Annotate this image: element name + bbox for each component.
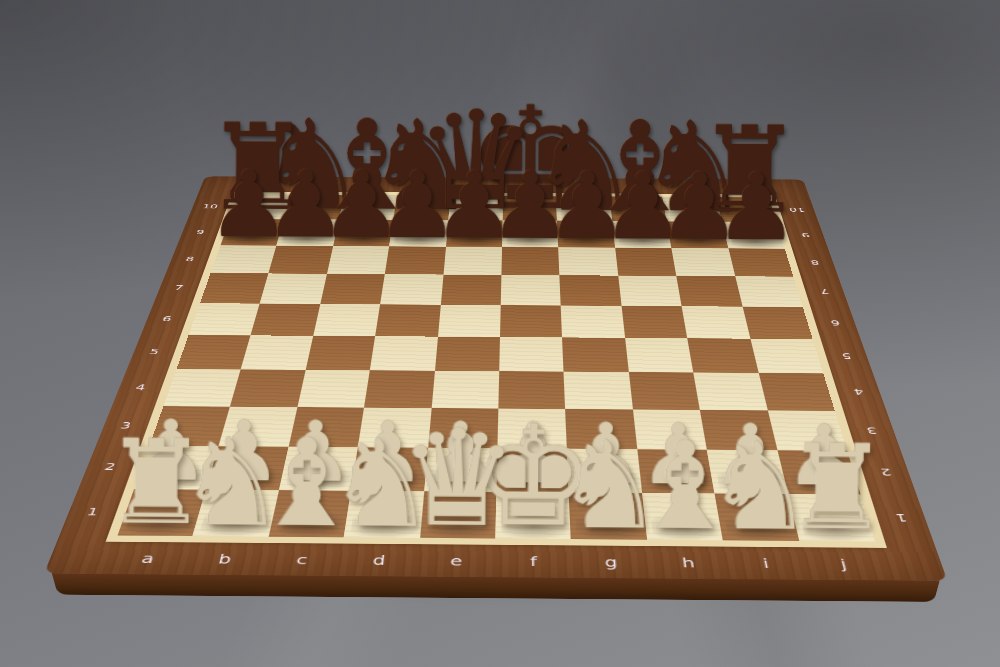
square-e7[interactable] <box>440 275 501 305</box>
square-h9[interactable]: ♟ <box>612 221 671 248</box>
square-j10[interactable]: ♜ <box>716 197 777 222</box>
square-c6[interactable] <box>313 304 380 336</box>
square-j5[interactable] <box>750 339 823 374</box>
square-d10[interactable]: ♞ <box>393 195 450 220</box>
square-f8[interactable] <box>501 247 559 275</box>
square-i4[interactable] <box>693 373 767 411</box>
square-b9[interactable]: ♟ <box>277 219 339 246</box>
square-e10[interactable]: ♛ <box>448 196 503 221</box>
square-h10[interactable]: ♝ <box>609 197 666 222</box>
square-f9[interactable]: ♟ <box>502 221 558 248</box>
square-e2[interactable]: ♟ <box>424 448 498 492</box>
square-b6[interactable] <box>251 303 320 335</box>
square-d8[interactable] <box>385 246 446 274</box>
square-d9[interactable]: ♟ <box>389 220 448 247</box>
square-a9[interactable]: ♟ <box>220 219 284 246</box>
square-c10[interactable]: ♝ <box>339 195 397 220</box>
square-f6[interactable] <box>500 305 562 337</box>
square-i1[interactable]: ♞ <box>715 493 799 541</box>
square-i10[interactable]: ♞ <box>663 197 722 222</box>
square-c5[interactable] <box>305 336 375 371</box>
square-a1[interactable]: ♜ <box>118 489 207 536</box>
square-d6[interactable] <box>375 304 440 336</box>
square-f1[interactable]: ♚ <box>495 492 571 540</box>
square-j4[interactable] <box>758 373 834 411</box>
square-i6[interactable] <box>682 306 750 339</box>
square-e1[interactable]: ♛ <box>420 491 497 538</box>
square-a4[interactable] <box>163 369 240 406</box>
square-h8[interactable] <box>615 248 676 276</box>
square-j9[interactable]: ♟ <box>722 222 785 249</box>
square-g1[interactable]: ♞ <box>569 492 647 540</box>
square-c8[interactable] <box>327 246 390 274</box>
square-h4[interactable] <box>629 372 700 410</box>
square-d1[interactable]: ♞ <box>344 490 424 537</box>
square-b8[interactable] <box>269 246 333 274</box>
square-a6[interactable] <box>189 303 260 335</box>
square-c9[interactable]: ♟ <box>333 220 393 247</box>
square-j6[interactable] <box>742 306 812 339</box>
square-j1[interactable]: ♜ <box>788 494 876 542</box>
square-f4[interactable] <box>498 371 565 408</box>
square-e8[interactable] <box>443 247 502 275</box>
square-b4[interactable] <box>230 370 305 407</box>
square-d7[interactable] <box>380 274 443 304</box>
square-h1[interactable]: ♝ <box>642 493 723 541</box>
square-j8[interactable] <box>728 248 793 276</box>
square-g8[interactable] <box>559 247 619 275</box>
square-e4[interactable] <box>431 371 499 408</box>
photo-stage: ♜♞♝♞♛♚♞♝♞♜♟♟♟♟♟♟♟♟♟♟♟♟♟♟♟♟♟♟♟♟♜♞♝♞♛♚♞♝♞♜… <box>0 0 1000 667</box>
square-g9[interactable]: ♟ <box>557 221 615 248</box>
square-g4[interactable] <box>564 372 633 410</box>
square-e5[interactable] <box>435 337 500 372</box>
square-e6[interactable] <box>438 305 501 337</box>
square-a5[interactable] <box>177 335 251 370</box>
square-d4[interactable] <box>364 371 434 408</box>
chessboard: ♜♞♝♞♛♚♞♝♞♜♟♟♟♟♟♟♟♟♟♟♟♟♟♟♟♟♟♟♟♟♜♞♝♞♛♚♞♝♞♜… <box>44 176 948 581</box>
square-c1[interactable]: ♝ <box>268 490 351 537</box>
square-i8[interactable] <box>672 248 735 276</box>
square-g2[interactable]: ♟ <box>567 449 642 493</box>
square-g6[interactable] <box>561 305 625 337</box>
square-f10[interactable]: ♚ <box>503 196 558 221</box>
square-h5[interactable] <box>625 338 694 373</box>
square-c4[interactable] <box>297 370 370 407</box>
square-f5[interactable] <box>499 337 564 372</box>
square-h6[interactable] <box>621 306 687 339</box>
square-i2[interactable]: ♟ <box>707 450 788 494</box>
scene: ♜♞♝♞♛♚♞♝♞♜♟♟♟♟♟♟♟♟♟♟♟♟♟♟♟♟♟♟♟♟♜♞♝♞♛♚♞♝♞♜… <box>0 0 1000 667</box>
square-a8[interactable] <box>211 245 277 273</box>
square-g5[interactable] <box>562 337 628 372</box>
square-b1[interactable]: ♞ <box>193 489 279 536</box>
